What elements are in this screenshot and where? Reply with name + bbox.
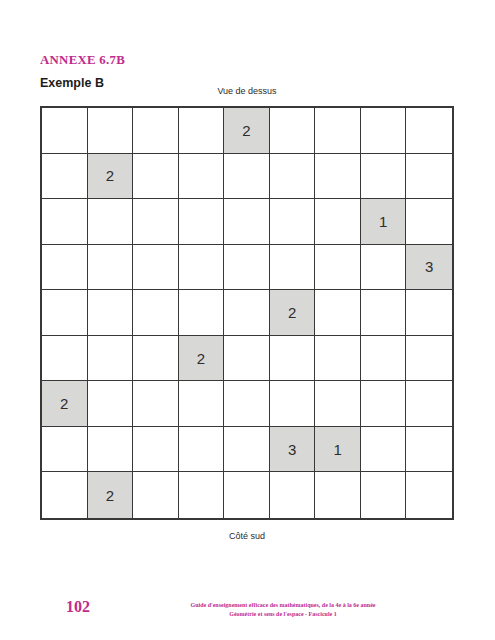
grid-cell [42,199,88,245]
grid-cell [133,472,179,518]
grid-cell: 1 [361,199,407,245]
grid-cell [224,290,270,336]
grid-cell [406,290,452,336]
grid-cell [224,245,270,291]
grid-cell: 1 [315,427,361,473]
grid-cell [42,108,88,154]
grid-cell [361,381,407,427]
grid-cell [88,427,134,473]
grid-cell [315,108,361,154]
grid-cell [88,199,134,245]
grid-cell [224,381,270,427]
footer-credits: Guide d'enseignement efficace des mathém… [173,601,393,619]
grid-cell [224,199,270,245]
grid-cell [361,290,407,336]
grid-cell [315,381,361,427]
grid-cell [179,154,225,200]
footer-line-2: Géométrie et sens de l'espace - Fascicul… [173,610,393,619]
grid-cell [361,427,407,473]
grid-cell [179,199,225,245]
grid-cell [361,154,407,200]
grid-cell [133,245,179,291]
grid-cell [315,472,361,518]
grid-cell [224,336,270,382]
grid-cell: 2 [88,472,134,518]
grid-cell [270,245,316,291]
document-page: { "header": { "annexe_title": "ANNEXE 6.… [0,0,495,640]
grid-cell: 2 [224,108,270,154]
grid-cell [406,472,452,518]
grid-cell: 2 [270,290,316,336]
grid-cell [42,336,88,382]
grid-cell [179,108,225,154]
grid-cell [133,427,179,473]
grid-cell [270,199,316,245]
grid-cell [406,336,452,382]
grid-cell [406,154,452,200]
grid-cell [270,154,316,200]
grid-cell [133,381,179,427]
grid-cell [88,336,134,382]
grid-cell [315,290,361,336]
south-side-label: Côté sud [40,531,454,541]
grid-cell [179,245,225,291]
grid-cell [42,245,88,291]
grid-cell [179,290,225,336]
grid-cell [42,290,88,336]
grid-cell [270,381,316,427]
grid-cell [361,245,407,291]
grid-cell [179,472,225,518]
footer-line-1: Guide d'enseignement efficace des mathém… [173,601,393,610]
grid-cell [179,427,225,473]
grid-cell: 3 [406,245,452,291]
grid-cell [361,108,407,154]
grid-cell: 2 [179,336,225,382]
grid-cell [224,154,270,200]
grid-cell [42,472,88,518]
grid-cell [361,472,407,518]
grid-cell: 2 [42,381,88,427]
grid-cell [88,381,134,427]
grid-cell [361,336,407,382]
grid-cell: 2 [88,154,134,200]
grid-cell [270,472,316,518]
page-number: 102 [66,598,90,616]
grid-cell [133,108,179,154]
grid-cell [406,108,452,154]
grid-cell [88,290,134,336]
grid-cell [88,245,134,291]
grid-cell [315,199,361,245]
grid-cell [224,472,270,518]
grid-cell [179,381,225,427]
grid-cell [133,336,179,382]
top-view-grid: 2213222312 [40,106,454,520]
grid-cell [315,336,361,382]
grid-cell [133,290,179,336]
grid-cell [406,199,452,245]
grid-cell [133,154,179,200]
grid-cell [88,108,134,154]
grid-cell [406,381,452,427]
grid-cell [270,108,316,154]
grid-cell [133,199,179,245]
grid-cell [406,427,452,473]
grid-cell: 3 [270,427,316,473]
top-view-label: Vue de dessus [40,86,454,96]
grid-cell [315,245,361,291]
grid-cell [270,336,316,382]
grid-cell [42,154,88,200]
grid-cell [224,427,270,473]
grid-cell [42,427,88,473]
grid-cell [315,154,361,200]
annexe-title: ANNEXE 6.7B [40,52,125,68]
